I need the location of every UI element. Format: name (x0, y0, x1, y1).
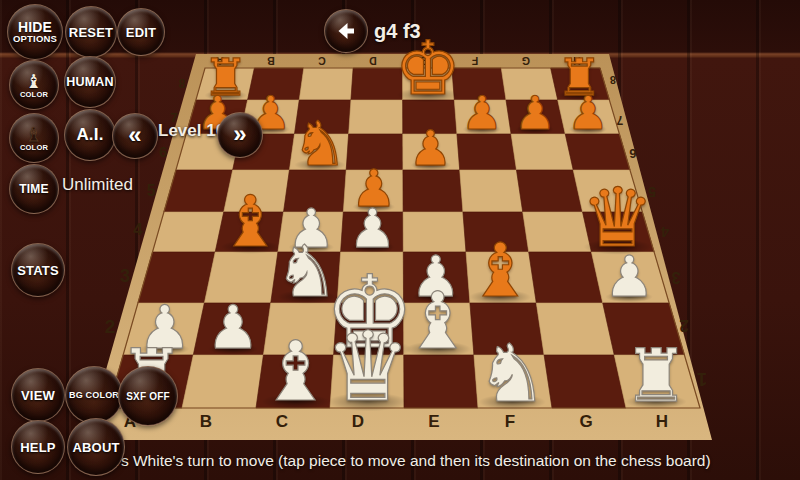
about-button[interactable]: ABOUT (67, 418, 125, 476)
level-up-button[interactable]: » (217, 112, 263, 158)
help-button[interactable]: HELP (11, 420, 65, 474)
white-piece-icon: ♝ (25, 72, 42, 91)
black-piece-icon: ♝ (25, 125, 42, 144)
piece-black-king-e8[interactable]: ♚ (394, 32, 461, 106)
status-text: It's White's turn to move (tap piece to … (105, 452, 715, 470)
edit-button[interactable]: EDIT (117, 8, 165, 56)
stats-button[interactable]: STATS (11, 243, 65, 297)
sxf-off-button[interactable]: SXF OFF (118, 366, 178, 426)
piece-white-bishop-e2[interactable]: ♝ (403, 282, 473, 361)
piece-white-pawn-b2[interactable]: ♟ (206, 298, 259, 358)
level-down-button[interactable]: « (112, 113, 158, 159)
ai-button[interactable]: A.I. (64, 109, 116, 161)
piece-white-bishop-c1[interactable]: ♝ (259, 331, 333, 414)
back-arrow-icon (334, 19, 358, 43)
piece-black-bishop-b4[interactable]: ♝ (219, 187, 282, 257)
piece-black-knight-c6[interactable]: ♞ (292, 113, 347, 174)
piece-black-pawn-g7[interactable]: ♟ (514, 91, 555, 137)
reset-button[interactable]: RESET (65, 6, 117, 58)
piece-black-pawn-h7[interactable]: ♟ (567, 91, 608, 137)
human-button[interactable]: HUMAN (64, 56, 116, 108)
piece-white-pawn-h3[interactable]: ♟ (604, 249, 655, 305)
hide-options-button[interactable]: HIDE OPTIONS (7, 4, 63, 60)
level-label: Level 10 (158, 121, 225, 141)
black-color-button[interactable]: ♝ COLOR (9, 113, 59, 163)
time-button[interactable]: TIME (9, 164, 59, 214)
piece-white-pawn-d4[interactable]: ♟ (349, 202, 397, 256)
piece-black-pawn-f7[interactable]: ♟ (461, 91, 502, 137)
app-window: AABBCCDDEEFFGGHH1122334455667788 ♜♚♜♟♟♟♟… (0, 0, 800, 480)
bg-color-button[interactable]: BG COLOR (65, 366, 123, 424)
piece-black-pawn-e6[interactable]: ♟ (409, 124, 452, 172)
piece-white-knight-f1[interactable]: ♞ (476, 334, 547, 414)
piece-white-queen-d1[interactable]: ♛ (325, 319, 411, 415)
piece-black-bishop-f3[interactable]: ♝ (467, 234, 534, 308)
view-button[interactable]: VIEW (11, 368, 65, 422)
white-color-button[interactable]: ♝ COLOR (9, 60, 59, 110)
piece-white-rook-h1[interactable]: ♜ (623, 340, 688, 413)
move-display: g4 f3 (374, 20, 421, 43)
time-value: Unlimited (62, 175, 133, 195)
back-button[interactable] (324, 9, 368, 53)
